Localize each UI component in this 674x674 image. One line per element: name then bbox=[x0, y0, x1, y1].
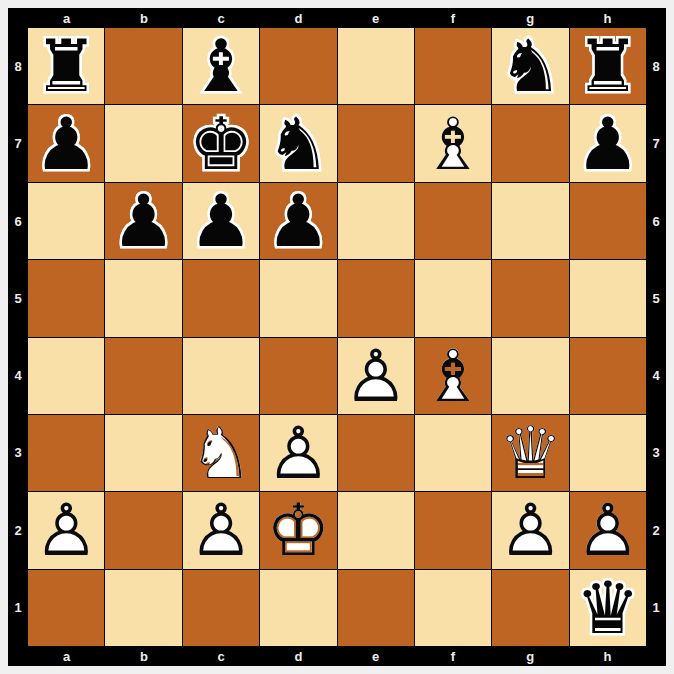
square-a8[interactable]: ♜♜ bbox=[28, 28, 104, 104]
piece-black-knight[interactable]: ♞ bbox=[492, 28, 568, 104]
square-g4[interactable] bbox=[492, 338, 568, 414]
file-label-a: a bbox=[28, 8, 105, 28]
rank-label-3: 3 bbox=[8, 414, 28, 491]
square-a2[interactable]: ♟♙ bbox=[28, 492, 104, 568]
rank-label-1: 1 bbox=[646, 569, 666, 646]
white-pawn-icon: ♟ bbox=[338, 338, 414, 414]
file-label-h: h bbox=[569, 646, 646, 666]
file-label-b: b bbox=[105, 8, 182, 28]
chessboard[interactable]: ♜♜♝♝♞♞♜♜♟♟♚♚♞♞♝♗♟♟♟♟♟♟♟♟♟♙♝♗♞♘♟♙♛♕♟♙♟♙♚♔… bbox=[28, 28, 646, 646]
piece-white-pawn[interactable]: ♙ bbox=[338, 338, 414, 414]
file-label-c: c bbox=[183, 8, 260, 28]
piece-black-bishop[interactable]: ♝ bbox=[183, 28, 259, 104]
piece-black-pawn[interactable]: ♟ bbox=[260, 183, 336, 259]
black-pawn-icon: ♟ bbox=[570, 105, 646, 181]
black-bishop-icon: ♝ bbox=[183, 28, 259, 104]
square-d4[interactable] bbox=[260, 338, 336, 414]
square-c5[interactable] bbox=[183, 260, 259, 336]
square-h5[interactable] bbox=[570, 260, 646, 336]
square-h1[interactable]: ♛♛ bbox=[570, 570, 646, 646]
white-queen-icon: ♛ bbox=[492, 415, 568, 491]
white-bishop-icon: ♝ bbox=[415, 105, 491, 181]
white-pawn-icon: ♟ bbox=[570, 492, 646, 568]
square-e3[interactable] bbox=[338, 415, 414, 491]
piece-white-pawn[interactable]: ♙ bbox=[183, 492, 259, 568]
square-c7[interactable]: ♚♚ bbox=[183, 105, 259, 181]
square-d5[interactable] bbox=[260, 260, 336, 336]
square-c1[interactable] bbox=[183, 570, 259, 646]
file-label-d: d bbox=[260, 646, 337, 666]
piece-black-king[interactable]: ♚ bbox=[183, 105, 259, 181]
chessboard-frame: abcdefgh abcdefgh 87654321 87654321 ♜♜♝♝… bbox=[8, 8, 666, 666]
piece-white-pawn[interactable]: ♙ bbox=[28, 492, 104, 568]
piece-white-queen[interactable]: ♕ bbox=[492, 415, 568, 491]
file-labels-top: abcdefgh bbox=[28, 8, 646, 28]
square-g3[interactable]: ♛♕ bbox=[492, 415, 568, 491]
square-h7[interactable]: ♟♟ bbox=[570, 105, 646, 181]
file-label-h: h bbox=[569, 8, 646, 28]
white-knight-icon: ♞ bbox=[183, 415, 259, 491]
file-label-a: a bbox=[28, 646, 105, 666]
square-c6[interactable]: ♟♟ bbox=[183, 183, 259, 259]
white-pawn-icon: ♟ bbox=[28, 492, 104, 568]
piece-white-bishop[interactable]: ♗ bbox=[415, 105, 491, 181]
square-h6[interactable] bbox=[570, 183, 646, 259]
square-a6[interactable] bbox=[28, 183, 104, 259]
file-label-f: f bbox=[414, 646, 491, 666]
black-pawn-icon: ♟ bbox=[105, 183, 181, 259]
square-d7[interactable]: ♞♞ bbox=[260, 105, 336, 181]
file-label-d: d bbox=[260, 8, 337, 28]
square-b8[interactable] bbox=[105, 28, 181, 104]
square-e5[interactable] bbox=[338, 260, 414, 336]
square-b6[interactable]: ♟♟ bbox=[105, 183, 181, 259]
rank-label-8: 8 bbox=[646, 28, 666, 105]
rank-label-6: 6 bbox=[646, 183, 666, 260]
square-b7[interactable] bbox=[105, 105, 181, 181]
rank-label-2: 2 bbox=[8, 492, 28, 569]
square-c3[interactable]: ♞♘ bbox=[183, 415, 259, 491]
rank-label-7: 7 bbox=[646, 105, 666, 182]
rank-label-4: 4 bbox=[8, 337, 28, 414]
square-a7[interactable]: ♟♟ bbox=[28, 105, 104, 181]
file-label-g: g bbox=[492, 646, 569, 666]
square-e2[interactable] bbox=[338, 492, 414, 568]
square-h8[interactable]: ♜♜ bbox=[570, 28, 646, 104]
square-c8[interactable]: ♝♝ bbox=[183, 28, 259, 104]
piece-white-pawn[interactable]: ♙ bbox=[492, 492, 568, 568]
rank-label-4: 4 bbox=[646, 337, 666, 414]
square-g8[interactable]: ♞♞ bbox=[492, 28, 568, 104]
square-f5[interactable] bbox=[415, 260, 491, 336]
piece-black-pawn[interactable]: ♟ bbox=[105, 183, 181, 259]
piece-white-king[interactable]: ♔ bbox=[260, 492, 336, 568]
piece-black-pawn[interactable]: ♟ bbox=[183, 183, 259, 259]
square-f3[interactable] bbox=[415, 415, 491, 491]
square-d8[interactable] bbox=[260, 28, 336, 104]
black-pawn-icon: ♟ bbox=[260, 183, 336, 259]
page-background: abcdefgh abcdefgh 87654321 87654321 ♜♜♝♝… bbox=[0, 0, 674, 674]
file-label-f: f bbox=[414, 8, 491, 28]
square-a3[interactable] bbox=[28, 415, 104, 491]
square-c4[interactable] bbox=[183, 338, 259, 414]
rank-label-1: 1 bbox=[8, 569, 28, 646]
square-f7[interactable]: ♝♗ bbox=[415, 105, 491, 181]
black-rook-icon: ♜ bbox=[570, 28, 646, 104]
square-b3[interactable] bbox=[105, 415, 181, 491]
square-b1[interactable] bbox=[105, 570, 181, 646]
square-e6[interactable] bbox=[338, 183, 414, 259]
white-pawn-icon: ♟ bbox=[492, 492, 568, 568]
square-c2[interactable]: ♟♙ bbox=[183, 492, 259, 568]
square-d6[interactable]: ♟♟ bbox=[260, 183, 336, 259]
piece-black-pawn[interactable]: ♟ bbox=[570, 105, 646, 181]
square-h2[interactable]: ♟♙ bbox=[570, 492, 646, 568]
black-knight-icon: ♞ bbox=[492, 28, 568, 104]
piece-black-rook[interactable]: ♜ bbox=[570, 28, 646, 104]
square-a5[interactable] bbox=[28, 260, 104, 336]
file-label-b: b bbox=[105, 646, 182, 666]
rank-labels-left: 87654321 bbox=[8, 28, 28, 646]
rank-label-5: 5 bbox=[8, 260, 28, 337]
black-knight-icon: ♞ bbox=[260, 105, 336, 181]
square-g1[interactable] bbox=[492, 570, 568, 646]
square-b4[interactable] bbox=[105, 338, 181, 414]
white-pawn-icon: ♟ bbox=[260, 415, 336, 491]
rank-label-6: 6 bbox=[8, 183, 28, 260]
black-pawn-icon: ♟ bbox=[28, 105, 104, 181]
piece-black-queen[interactable]: ♛ bbox=[570, 570, 646, 646]
square-h3[interactable] bbox=[570, 415, 646, 491]
piece-black-rook[interactable]: ♜ bbox=[28, 28, 104, 104]
white-bishop-icon: ♝ bbox=[415, 338, 491, 414]
rank-label-8: 8 bbox=[8, 28, 28, 105]
piece-white-pawn[interactable]: ♙ bbox=[260, 415, 336, 491]
square-h4[interactable] bbox=[570, 338, 646, 414]
rank-label-7: 7 bbox=[8, 105, 28, 182]
square-g2[interactable]: ♟♙ bbox=[492, 492, 568, 568]
file-label-g: g bbox=[492, 8, 569, 28]
piece-white-knight[interactable]: ♘ bbox=[183, 415, 259, 491]
white-king-icon: ♚ bbox=[260, 492, 336, 568]
square-a1[interactable] bbox=[28, 570, 104, 646]
square-g6[interactable] bbox=[492, 183, 568, 259]
square-d3[interactable]: ♟♙ bbox=[260, 415, 336, 491]
square-b5[interactable] bbox=[105, 260, 181, 336]
square-d1[interactable] bbox=[260, 570, 336, 646]
square-e8[interactable] bbox=[338, 28, 414, 104]
square-f1[interactable] bbox=[415, 570, 491, 646]
square-g7[interactable] bbox=[492, 105, 568, 181]
rank-label-5: 5 bbox=[646, 260, 666, 337]
file-label-e: e bbox=[337, 646, 414, 666]
white-pawn-icon: ♟ bbox=[183, 492, 259, 568]
square-e4[interactable]: ♟♙ bbox=[338, 338, 414, 414]
piece-white-pawn[interactable]: ♙ bbox=[570, 492, 646, 568]
black-pawn-icon: ♟ bbox=[183, 183, 259, 259]
square-f2[interactable] bbox=[415, 492, 491, 568]
square-f8[interactable] bbox=[415, 28, 491, 104]
square-b2[interactable] bbox=[105, 492, 181, 568]
square-f6[interactable] bbox=[415, 183, 491, 259]
piece-black-knight[interactable]: ♞ bbox=[260, 105, 336, 181]
square-a4[interactable] bbox=[28, 338, 104, 414]
black-queen-icon: ♛ bbox=[570, 570, 646, 646]
piece-black-pawn[interactable]: ♟ bbox=[28, 105, 104, 181]
square-e1[interactable] bbox=[338, 570, 414, 646]
piece-white-bishop[interactable]: ♗ bbox=[415, 338, 491, 414]
rank-label-3: 3 bbox=[646, 414, 666, 491]
square-e7[interactable] bbox=[338, 105, 414, 181]
black-rook-icon: ♜ bbox=[28, 28, 104, 104]
rank-labels-right: 87654321 bbox=[646, 28, 666, 646]
black-king-icon: ♚ bbox=[183, 105, 259, 181]
square-g5[interactable] bbox=[492, 260, 568, 336]
square-d2[interactable]: ♚♔ bbox=[260, 492, 336, 568]
file-label-c: c bbox=[183, 646, 260, 666]
square-f4[interactable]: ♝♗ bbox=[415, 338, 491, 414]
file-labels-bottom: abcdefgh bbox=[28, 646, 646, 666]
rank-label-2: 2 bbox=[646, 492, 666, 569]
file-label-e: e bbox=[337, 8, 414, 28]
